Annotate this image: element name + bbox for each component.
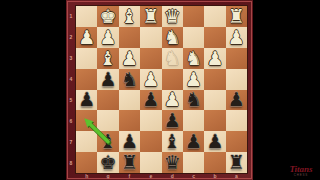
square-b2[interactable]	[204, 27, 225, 48]
file-labels: hgfedcba	[76, 172, 247, 180]
square-h8[interactable]	[76, 152, 97, 173]
rank-label-7: 7	[67, 131, 75, 152]
square-e7[interactable]	[140, 131, 161, 152]
piece-bQ: ♛	[164, 153, 181, 172]
square-a7[interactable]	[226, 131, 247, 152]
square-d8[interactable]: ♛	[162, 152, 183, 173]
square-e2[interactable]	[140, 27, 161, 48]
square-a6[interactable]	[226, 110, 247, 131]
square-h5[interactable]: ♟	[76, 90, 97, 111]
piece-bP: ♟	[164, 111, 181, 130]
square-h1[interactable]	[76, 6, 97, 27]
square-e8[interactable]	[140, 152, 161, 173]
square-g6[interactable]	[97, 110, 118, 131]
square-b4[interactable]	[204, 69, 225, 90]
square-h6[interactable]	[76, 110, 97, 131]
piece-wP: ♟	[121, 49, 138, 68]
file-label-g: g	[97, 172, 118, 180]
square-f4[interactable]: ♞	[119, 69, 140, 90]
square-f1[interactable]: ♝	[119, 6, 140, 27]
square-f6[interactable]	[119, 110, 140, 131]
rank-label-8: 8	[67, 152, 75, 173]
square-d1[interactable]: ♛	[162, 6, 183, 27]
piece-bP: ♟	[142, 90, 159, 109]
square-f3[interactable]: ♟	[119, 48, 140, 69]
square-g3[interactable]: ♝	[97, 48, 118, 69]
rank-label-4: 4	[67, 69, 75, 90]
square-b1[interactable]	[204, 6, 225, 27]
square-h4[interactable]	[76, 69, 97, 90]
piece-wP: ♟	[185, 70, 202, 89]
square-b8[interactable]	[204, 152, 225, 173]
square-b7[interactable]: ♟	[204, 131, 225, 152]
rank-label-5: 5	[67, 90, 75, 111]
square-g8[interactable]: ♚	[97, 152, 118, 173]
file-label-b: b	[204, 172, 225, 180]
piece-bP: ♟	[78, 90, 95, 109]
square-c1[interactable]	[183, 6, 204, 27]
piece-bP: ♟	[206, 132, 223, 151]
square-c4[interactable]: ♟	[183, 69, 204, 90]
rank-label-3: 3	[67, 48, 75, 69]
square-h3[interactable]	[76, 48, 97, 69]
piece-bK: ♚	[100, 153, 117, 172]
piece-bP: ♟	[185, 132, 202, 151]
square-d7[interactable]: ♝	[162, 131, 183, 152]
square-a5[interactable]: ♟	[226, 90, 247, 111]
piece-wP: ♟	[100, 28, 117, 47]
square-d4[interactable]	[162, 69, 183, 90]
piece-wR: ♜	[142, 7, 159, 26]
file-label-e: e	[140, 172, 161, 180]
square-e5[interactable]: ♟	[140, 90, 161, 111]
piece-bP: ♟	[100, 70, 117, 89]
piece-bP: ♟	[228, 90, 245, 109]
ghost-piece-wN: ♞	[162, 48, 183, 69]
piece-wP: ♟	[142, 70, 159, 89]
video-frame: 12345678 ♚♝♜♛♜♟♟♞♟♝♟♞♞♟♟♞♟♟♟♟♟♞♟♟♝♟♝♟♟♚♜…	[0, 0, 320, 180]
square-f2[interactable]	[119, 27, 140, 48]
square-g7[interactable]: ♝	[97, 131, 118, 152]
square-g5[interactable]	[97, 90, 118, 111]
square-f8[interactable]: ♜	[119, 152, 140, 173]
board-frame: 12345678 ♚♝♜♛♜♟♟♞♟♝♟♞♞♟♟♞♟♟♟♟♟♞♟♟♝♟♝♟♟♚♜…	[66, 0, 253, 180]
piece-wB: ♝	[121, 7, 138, 26]
square-d6[interactable]: ♟	[162, 110, 183, 131]
piece-wQ: ♛	[164, 7, 181, 26]
square-b3[interactable]: ♟	[204, 48, 225, 69]
square-b5[interactable]	[204, 90, 225, 111]
square-e3[interactable]	[140, 48, 161, 69]
square-a3[interactable]	[226, 48, 247, 69]
rank-label-2: 2	[67, 27, 75, 48]
piece-wN: ♞	[164, 28, 181, 47]
square-b6[interactable]	[204, 110, 225, 131]
square-a4[interactable]	[226, 69, 247, 90]
square-d2[interactable]: ♞	[162, 27, 183, 48]
square-e1[interactable]: ♜	[140, 6, 161, 27]
piece-wK: ♚	[100, 7, 117, 26]
watermark-logo: Titans CHESS	[284, 165, 318, 177]
piece-bN: ♞	[185, 90, 202, 109]
rank-label-1: 1	[67, 6, 75, 27]
square-g4[interactable]: ♟	[97, 69, 118, 90]
piece-wP: ♟	[206, 49, 223, 68]
square-c7[interactable]: ♟	[183, 131, 204, 152]
file-label-d: d	[162, 172, 183, 180]
square-d5[interactable]: ♟	[162, 90, 183, 111]
square-h7[interactable]	[76, 131, 97, 152]
file-label-c: c	[183, 172, 204, 180]
piece-wP: ♟	[78, 28, 95, 47]
square-c6[interactable]	[183, 110, 204, 131]
square-a2[interactable]: ♟	[226, 27, 247, 48]
rank-label-6: 6	[67, 110, 75, 131]
square-f7[interactable]: ♟	[119, 131, 140, 152]
piece-wP: ♟	[164, 90, 181, 109]
piece-wP: ♟	[228, 28, 245, 47]
square-c2[interactable]	[183, 27, 204, 48]
watermark-subtext: CHESS	[284, 174, 318, 177]
piece-wR: ♜	[228, 7, 245, 26]
piece-wN: ♞	[185, 49, 202, 68]
piece-bR: ♜	[228, 153, 245, 172]
square-c8[interactable]	[183, 152, 204, 173]
square-g2[interactable]: ♟	[97, 27, 118, 48]
square-e4[interactable]: ♟	[140, 69, 161, 90]
square-g1[interactable]: ♚	[97, 6, 118, 27]
square-c5[interactable]: ♞	[183, 90, 204, 111]
piece-bN: ♞	[121, 70, 138, 89]
piece-bR: ♜	[121, 153, 138, 172]
rank-labels: 12345678	[67, 6, 75, 173]
square-a1[interactable]: ♜	[226, 6, 247, 27]
file-label-a: a	[226, 172, 247, 180]
piece-bP: ♟	[121, 132, 138, 151]
piece-bB: ♝	[164, 132, 181, 151]
file-label-f: f	[119, 172, 140, 180]
square-d3[interactable]: ♞	[162, 48, 183, 69]
piece-wB: ♝	[100, 49, 117, 68]
piece-bB: ♝	[100, 132, 117, 151]
square-e6[interactable]	[140, 110, 161, 131]
square-f5[interactable]	[119, 90, 140, 111]
square-c3[interactable]: ♞	[183, 48, 204, 69]
chess-board: ♚♝♜♛♜♟♟♞♟♝♟♞♞♟♟♞♟♟♟♟♟♞♟♟♝♟♝♟♟♚♜♛♜	[76, 6, 247, 173]
square-h2[interactable]: ♟	[76, 27, 97, 48]
file-label-h: h	[76, 172, 97, 180]
square-a8[interactable]: ♜	[226, 152, 247, 173]
